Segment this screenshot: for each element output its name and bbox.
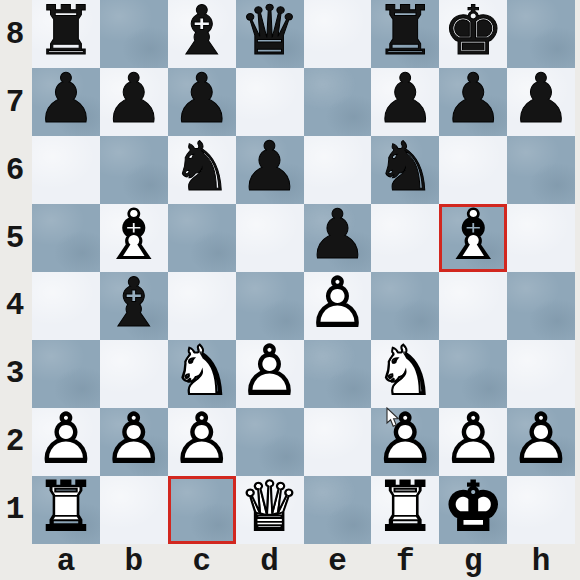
square-g5[interactable]: ♝♗ — [439, 204, 507, 272]
rank-label-1: 1 — [0, 492, 30, 527]
file-label-h: h — [532, 544, 551, 579]
black-pawn-h7[interactable]: ♟ — [507, 68, 575, 136]
black-piece-glyph: ♟ — [511, 65, 572, 133]
square-c3[interactable]: ♞♘ — [168, 340, 236, 408]
square-b1[interactable] — [100, 476, 168, 544]
square-c8[interactable]: ♝ — [168, 0, 236, 68]
file-label-e: e — [328, 544, 347, 579]
black-piece-glyph: ♟ — [443, 65, 504, 133]
white-piece-outline: ♙ — [511, 405, 572, 473]
square-f6[interactable]: ♞ — [371, 136, 439, 204]
black-piece-glyph: ♟ — [239, 133, 300, 201]
black-pawn-a7[interactable]: ♟ — [32, 68, 100, 136]
white-queen-d1[interactable]: ♛♕ — [236, 476, 304, 544]
white-pawn-c2[interactable]: ♟♙ — [168, 408, 236, 476]
square-f4[interactable] — [371, 272, 439, 340]
white-pawn-a2[interactable]: ♟♙ — [32, 408, 100, 476]
black-piece-glyph: ♚ — [443, 0, 504, 65]
file-label-a: a — [57, 544, 76, 579]
square-e2[interactable] — [304, 408, 372, 476]
black-pawn-c7[interactable]: ♟ — [168, 68, 236, 136]
black-knight-c6[interactable]: ♞ — [168, 136, 236, 204]
white-piece-outline: ♙ — [375, 405, 436, 473]
rank-label-7: 7 — [0, 84, 30, 119]
square-f3[interactable]: ♞♘ — [371, 340, 439, 408]
black-piece-glyph: ♟ — [35, 65, 96, 133]
white-piece-outline: ♙ — [171, 405, 232, 473]
black-piece-glyph: ♜ — [375, 0, 436, 65]
square-d7[interactable] — [236, 68, 304, 136]
square-g7[interactable]: ♟ — [439, 68, 507, 136]
white-piece-outline: ♔ — [443, 473, 504, 541]
black-queen-d8[interactable]: ♛ — [236, 0, 304, 68]
square-d6[interactable]: ♟ — [236, 136, 304, 204]
black-piece-glyph: ♟ — [171, 65, 232, 133]
square-g8[interactable]: ♚ — [439, 0, 507, 68]
white-piece-outline: ♙ — [35, 405, 96, 473]
square-f7[interactable]: ♟ — [371, 68, 439, 136]
black-piece-glyph: ♝ — [103, 269, 164, 337]
square-c1[interactable] — [168, 476, 236, 544]
black-piece-glyph: ♟ — [103, 65, 164, 133]
white-pawn-e4[interactable]: ♟♙ — [304, 272, 372, 340]
square-h2[interactable]: ♟♙ — [507, 408, 575, 476]
black-pawn-g7[interactable]: ♟ — [439, 68, 507, 136]
square-f8[interactable]: ♜ — [371, 0, 439, 68]
white-piece-outline: ♙ — [307, 269, 368, 337]
rank-label-4: 4 — [0, 288, 30, 323]
square-b7[interactable]: ♟ — [100, 68, 168, 136]
square-e1[interactable] — [304, 476, 372, 544]
black-piece-glyph: ♟ — [307, 201, 368, 269]
square-f2[interactable]: ♟♙ — [371, 408, 439, 476]
square-c7[interactable]: ♟ — [168, 68, 236, 136]
rank-label-2: 2 — [0, 424, 30, 459]
square-b5[interactable]: ♝♗ — [100, 204, 168, 272]
black-pawn-e5[interactable]: ♟ — [304, 204, 372, 272]
white-piece-outline: ♖ — [35, 473, 96, 541]
square-c6[interactable]: ♞ — [168, 136, 236, 204]
white-rook-f1[interactable]: ♜♖ — [371, 476, 439, 544]
rank-label-6: 6 — [0, 152, 30, 187]
square-b3[interactable] — [100, 340, 168, 408]
rank-label-5: 5 — [0, 220, 30, 255]
square-c4[interactable] — [168, 272, 236, 340]
white-piece-outline: ♘ — [171, 337, 232, 405]
square-a6[interactable] — [32, 136, 100, 204]
white-piece-outline: ♗ — [443, 201, 504, 269]
square-a1[interactable]: ♜♖ — [32, 476, 100, 544]
square-g6[interactable] — [439, 136, 507, 204]
square-b6[interactable] — [100, 136, 168, 204]
black-king-g8[interactable]: ♚ — [439, 0, 507, 68]
black-rook-f8[interactable]: ♜ — [371, 0, 439, 68]
black-knight-f6[interactable]: ♞ — [371, 136, 439, 204]
square-c5[interactable] — [168, 204, 236, 272]
file-label-d: d — [260, 544, 279, 579]
square-g4[interactable] — [439, 272, 507, 340]
white-piece-outline: ♗ — [103, 201, 164, 269]
file-label-f: f — [396, 544, 415, 579]
white-pawn-d3[interactable]: ♟♙ — [236, 340, 304, 408]
black-bishop-c8[interactable]: ♝ — [168, 0, 236, 68]
white-pawn-h2[interactable]: ♟♙ — [507, 408, 575, 476]
square-b4[interactable]: ♝ — [100, 272, 168, 340]
square-e5[interactable]: ♟ — [304, 204, 372, 272]
square-f1[interactable]: ♜♖ — [371, 476, 439, 544]
white-piece-outline: ♙ — [239, 337, 300, 405]
white-bishop-g5[interactable]: ♝♗ — [439, 204, 507, 272]
square-h4[interactable] — [507, 272, 575, 340]
square-h7[interactable]: ♟ — [507, 68, 575, 136]
square-g3[interactable] — [439, 340, 507, 408]
white-pawn-g2[interactable]: ♟♙ — [439, 408, 507, 476]
square-e4[interactable]: ♟♙ — [304, 272, 372, 340]
white-piece-outline: ♘ — [375, 337, 436, 405]
square-f5[interactable] — [371, 204, 439, 272]
rank-label-8: 8 — [0, 16, 30, 51]
square-h8[interactable] — [507, 0, 575, 68]
square-a2[interactable]: ♟♙ — [32, 408, 100, 476]
square-a3[interactable] — [32, 340, 100, 408]
square-a8[interactable]: ♜ — [32, 0, 100, 68]
white-king-g1[interactable]: ♚♔ — [439, 476, 507, 544]
square-c2[interactable]: ♟♙ — [168, 408, 236, 476]
black-piece-glyph: ♞ — [375, 133, 436, 201]
white-piece-outline: ♙ — [443, 405, 504, 473]
black-piece-glyph: ♟ — [375, 65, 436, 133]
chess-board: ♜♝♛♜♚♟♟♟♟♟♟♞♟♞♝♗♟♝♗♝♟♙♞♘♟♙♞♘♟♙♟♙♟♙♟♙♟♙♟♙… — [32, 0, 575, 543]
black-piece-glyph: ♛ — [239, 0, 300, 65]
square-d4[interactable] — [236, 272, 304, 340]
white-rook-a1[interactable]: ♜♖ — [32, 476, 100, 544]
square-e8[interactable] — [304, 0, 372, 68]
square-h6[interactable] — [507, 136, 575, 204]
square-e3[interactable] — [304, 340, 372, 408]
black-pawn-d6[interactable]: ♟ — [236, 136, 304, 204]
square-h1[interactable] — [507, 476, 575, 544]
square-d3[interactable]: ♟♙ — [236, 340, 304, 408]
white-piece-outline: ♕ — [239, 473, 300, 541]
square-a4[interactable] — [32, 272, 100, 340]
square-e6[interactable] — [304, 136, 372, 204]
black-pawn-b7[interactable]: ♟ — [100, 68, 168, 136]
chess-app: ♜♝♛♜♚♟♟♟♟♟♟♞♟♞♝♗♟♝♗♝♟♙♞♘♟♙♞♘♟♙♟♙♟♙♟♙♟♙♟♙… — [0, 0, 580, 580]
square-h3[interactable] — [507, 340, 575, 408]
white-pawn-f2[interactable]: ♟♙ — [371, 408, 439, 476]
square-a5[interactable] — [32, 204, 100, 272]
rank-label-3: 3 — [0, 356, 30, 391]
white-piece-outline: ♙ — [103, 405, 164, 473]
black-pawn-f7[interactable]: ♟ — [371, 68, 439, 136]
white-piece-outline: ♖ — [375, 473, 436, 541]
square-h5[interactable] — [507, 204, 575, 272]
square-b8[interactable] — [100, 0, 168, 68]
white-knight-f3[interactable]: ♞♘ — [371, 340, 439, 408]
square-b2[interactable]: ♟♙ — [100, 408, 168, 476]
black-bishop-b4[interactable]: ♝ — [100, 272, 168, 340]
square-g2[interactable]: ♟♙ — [439, 408, 507, 476]
square-d1[interactable]: ♛♕ — [236, 476, 304, 544]
square-g1[interactable]: ♚♔ — [439, 476, 507, 544]
black-rook-a8[interactable]: ♜ — [32, 0, 100, 68]
mouse-cursor — [386, 407, 400, 428]
file-label-g: g — [464, 544, 483, 579]
square-d5[interactable] — [236, 204, 304, 272]
white-bishop-b5[interactable]: ♝♗ — [100, 204, 168, 272]
square-d2[interactable] — [236, 408, 304, 476]
black-piece-glyph: ♜ — [35, 0, 96, 65]
file-label-b: b — [125, 544, 144, 579]
square-d8[interactable]: ♛ — [236, 0, 304, 68]
black-piece-glyph: ♝ — [171, 0, 232, 65]
square-e7[interactable] — [304, 68, 372, 136]
black-piece-glyph: ♞ — [171, 133, 232, 201]
white-pawn-b2[interactable]: ♟♙ — [100, 408, 168, 476]
square-a7[interactable]: ♟ — [32, 68, 100, 136]
file-label-c: c — [192, 544, 211, 579]
white-knight-c3[interactable]: ♞♘ — [168, 340, 236, 408]
